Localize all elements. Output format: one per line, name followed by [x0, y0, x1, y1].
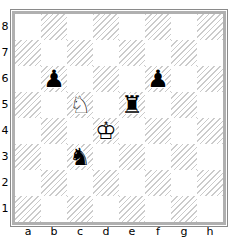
square-e1[interactable] — [119, 196, 145, 222]
square-a4[interactable] — [15, 118, 41, 144]
rank-label: 6 — [0, 66, 10, 92]
square-d8[interactable] — [93, 14, 119, 40]
rank-label: 8 — [0, 14, 10, 40]
square-e4[interactable] — [119, 118, 145, 144]
file-label: f — [145, 224, 171, 239]
square-f8[interactable] — [145, 14, 171, 40]
file-labels: abcdefgh — [15, 224, 223, 239]
square-c4[interactable] — [67, 118, 93, 144]
square-d4[interactable]: ♚♔ — [93, 118, 119, 144]
pawn-icon: ♟ — [145, 66, 171, 92]
white-king[interactable]: ♚♔ — [93, 118, 119, 144]
square-b5[interactable] — [41, 92, 67, 118]
square-e3[interactable] — [119, 144, 145, 170]
chess-diagram: 87654321 ♟♟♟♟♞♘♜♜♚♔♞♞ abcdefgh — [0, 0, 234, 239]
square-d1[interactable] — [93, 196, 119, 222]
square-f5[interactable] — [145, 92, 171, 118]
pawn-icon: ♟ — [41, 66, 67, 92]
square-c3[interactable]: ♞♞ — [67, 144, 93, 170]
square-a7[interactable] — [15, 40, 41, 66]
square-d7[interactable] — [93, 40, 119, 66]
square-e6[interactable] — [119, 66, 145, 92]
square-e8[interactable] — [119, 14, 145, 40]
rank-label: 3 — [0, 144, 10, 170]
square-c7[interactable] — [67, 40, 93, 66]
square-g7[interactable] — [171, 40, 197, 66]
square-f7[interactable] — [145, 40, 171, 66]
square-g5[interactable] — [171, 92, 197, 118]
rank-label: 4 — [0, 118, 10, 144]
rank-label: 2 — [0, 170, 10, 196]
square-g3[interactable] — [171, 144, 197, 170]
square-g8[interactable] — [171, 14, 197, 40]
rank-label: 5 — [0, 92, 10, 118]
black-pawn[interactable]: ♟♟ — [145, 66, 171, 92]
square-b2[interactable] — [41, 170, 67, 196]
board-grid: ♟♟♟♟♞♘♜♜♚♔♞♞ — [15, 14, 223, 222]
square-a8[interactable] — [15, 14, 41, 40]
square-c6[interactable] — [67, 66, 93, 92]
square-c5[interactable]: ♞♘ — [67, 92, 93, 118]
square-d3[interactable] — [93, 144, 119, 170]
file-label: h — [197, 224, 223, 239]
square-f4[interactable] — [145, 118, 171, 144]
square-b4[interactable] — [41, 118, 67, 144]
file-label: g — [171, 224, 197, 239]
file-label: c — [67, 224, 93, 239]
knight-icon: ♞ — [67, 144, 93, 170]
square-h3[interactable] — [197, 144, 223, 170]
board-frame: ♟♟♟♟♞♘♜♜♚♔♞♞ — [10, 9, 228, 227]
square-b6[interactable]: ♟♟ — [41, 66, 67, 92]
rook-icon: ♜ — [119, 92, 145, 118]
square-b8[interactable] — [41, 14, 67, 40]
square-g2[interactable] — [171, 170, 197, 196]
black-rook[interactable]: ♜♜ — [119, 92, 145, 118]
square-f1[interactable] — [145, 196, 171, 222]
square-h6[interactable] — [197, 66, 223, 92]
rank-label: 7 — [0, 40, 10, 66]
king-icon: ♔ — [93, 118, 119, 144]
file-label: a — [15, 224, 41, 239]
black-pawn[interactable]: ♟♟ — [41, 66, 67, 92]
square-b7[interactable] — [41, 40, 67, 66]
square-g4[interactable] — [171, 118, 197, 144]
file-label: b — [41, 224, 67, 239]
square-d2[interactable] — [93, 170, 119, 196]
square-a2[interactable] — [15, 170, 41, 196]
square-h8[interactable] — [197, 14, 223, 40]
knight-icon: ♘ — [67, 92, 93, 118]
square-c8[interactable] — [67, 14, 93, 40]
rank-labels: 87654321 — [0, 14, 10, 222]
square-g1[interactable] — [171, 196, 197, 222]
square-h2[interactable] — [197, 170, 223, 196]
white-knight[interactable]: ♞♘ — [67, 92, 93, 118]
square-a5[interactable] — [15, 92, 41, 118]
square-b1[interactable] — [41, 196, 67, 222]
square-a1[interactable] — [15, 196, 41, 222]
square-h1[interactable] — [197, 196, 223, 222]
square-f6[interactable]: ♟♟ — [145, 66, 171, 92]
square-h7[interactable] — [197, 40, 223, 66]
square-d6[interactable] — [93, 66, 119, 92]
square-c2[interactable] — [67, 170, 93, 196]
square-f3[interactable] — [145, 144, 171, 170]
square-h5[interactable] — [197, 92, 223, 118]
square-e7[interactable] — [119, 40, 145, 66]
square-f2[interactable] — [145, 170, 171, 196]
file-label: e — [119, 224, 145, 239]
square-a6[interactable] — [15, 66, 41, 92]
square-d5[interactable] — [93, 92, 119, 118]
rank-label: 1 — [0, 196, 10, 222]
file-label: d — [93, 224, 119, 239]
square-b3[interactable] — [41, 144, 67, 170]
board-inner-border: ♟♟♟♟♞♘♜♜♚♔♞♞ — [12, 11, 226, 225]
square-g6[interactable] — [171, 66, 197, 92]
square-a3[interactable] — [15, 144, 41, 170]
square-h4[interactable] — [197, 118, 223, 144]
square-e5[interactable]: ♜♜ — [119, 92, 145, 118]
black-knight[interactable]: ♞♞ — [67, 144, 93, 170]
square-c1[interactable] — [67, 196, 93, 222]
square-e2[interactable] — [119, 170, 145, 196]
